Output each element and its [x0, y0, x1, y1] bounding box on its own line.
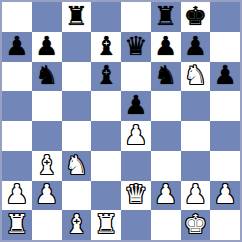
square-g6[interactable]: ♞ — [181, 62, 211, 92]
chess-board: ♜♜♚♟♟♝♛♟♟♞♝♞♞♟♟♟♝♞♟♟♛♟♟♟♜♝♜♚ — [0, 0, 242, 242]
square-d5[interactable] — [91, 91, 121, 121]
square-d2[interactable] — [91, 181, 121, 211]
piece-white-knight[interactable]: ♞ — [65, 152, 88, 178]
piece-white-pawn[interactable]: ♟ — [124, 122, 147, 148]
piece-black-bishop[interactable]: ♝ — [94, 62, 117, 88]
piece-black-pawn[interactable]: ♟ — [5, 33, 28, 59]
square-e2[interactable]: ♛ — [121, 181, 151, 211]
square-b5[interactable] — [32, 91, 62, 121]
square-a8[interactable] — [2, 2, 32, 32]
piece-black-bishop[interactable]: ♝ — [94, 33, 117, 59]
square-g5[interactable] — [181, 91, 211, 121]
piece-white-pawn[interactable]: ♟ — [154, 181, 177, 207]
square-e4[interactable]: ♟ — [121, 121, 151, 151]
square-a6[interactable] — [2, 62, 32, 92]
square-d8[interactable] — [91, 2, 121, 32]
square-c2[interactable] — [62, 181, 92, 211]
square-d6[interactable]: ♝ — [91, 62, 121, 92]
square-c7[interactable] — [62, 32, 92, 62]
square-h2[interactable]: ♟ — [210, 181, 240, 211]
square-a4[interactable] — [2, 121, 32, 151]
piece-white-pawn[interactable]: ♟ — [184, 181, 207, 207]
square-h4[interactable] — [210, 121, 240, 151]
square-d4[interactable] — [91, 121, 121, 151]
square-f2[interactable]: ♟ — [151, 181, 181, 211]
piece-black-knight[interactable]: ♞ — [35, 62, 58, 88]
square-b4[interactable] — [32, 121, 62, 151]
square-c8[interactable]: ♜ — [62, 2, 92, 32]
square-h6[interactable]: ♟ — [210, 62, 240, 92]
piece-white-knight[interactable]: ♞ — [184, 62, 207, 88]
square-b7[interactable]: ♟ — [32, 32, 62, 62]
square-b8[interactable] — [32, 2, 62, 32]
square-f1[interactable] — [151, 210, 181, 240]
piece-black-rook[interactable]: ♜ — [154, 3, 177, 29]
square-c6[interactable] — [62, 62, 92, 92]
square-d3[interactable] — [91, 151, 121, 181]
square-f7[interactable]: ♟ — [151, 32, 181, 62]
chess-board-grid: ♜♜♚♟♟♝♛♟♟♞♝♞♞♟♟♟♝♞♟♟♛♟♟♟♜♝♜♚ — [2, 2, 240, 240]
square-f3[interactable] — [151, 151, 181, 181]
square-e6[interactable] — [121, 62, 151, 92]
piece-black-rook[interactable]: ♜ — [65, 3, 88, 29]
piece-black-pawn[interactable]: ♟ — [124, 92, 147, 118]
piece-white-pawn[interactable]: ♟ — [213, 181, 236, 207]
square-f6[interactable]: ♞ — [151, 62, 181, 92]
square-c5[interactable] — [62, 91, 92, 121]
piece-black-pawn[interactable]: ♟ — [154, 33, 177, 59]
square-e1[interactable] — [121, 210, 151, 240]
piece-white-bishop[interactable]: ♝ — [35, 152, 58, 178]
piece-black-pawn[interactable]: ♟ — [184, 33, 207, 59]
square-e8[interactable] — [121, 2, 151, 32]
square-e3[interactable] — [121, 151, 151, 181]
square-c3[interactable]: ♞ — [62, 151, 92, 181]
square-a1[interactable]: ♜ — [2, 210, 32, 240]
square-b1[interactable] — [32, 210, 62, 240]
square-g7[interactable]: ♟ — [181, 32, 211, 62]
square-f5[interactable] — [151, 91, 181, 121]
square-f4[interactable] — [151, 121, 181, 151]
square-g1[interactable]: ♚ — [181, 210, 211, 240]
square-a3[interactable] — [2, 151, 32, 181]
square-b2[interactable]: ♟ — [32, 181, 62, 211]
piece-white-pawn[interactable]: ♟ — [5, 181, 28, 207]
piece-white-rook[interactable]: ♜ — [5, 211, 28, 237]
square-b6[interactable]: ♞ — [32, 62, 62, 92]
square-a2[interactable]: ♟ — [2, 181, 32, 211]
piece-black-pawn[interactable]: ♟ — [213, 62, 236, 88]
square-d7[interactable]: ♝ — [91, 32, 121, 62]
square-g8[interactable]: ♚ — [181, 2, 211, 32]
square-h7[interactable] — [210, 32, 240, 62]
piece-white-queen[interactable]: ♛ — [124, 181, 147, 207]
piece-black-pawn[interactable]: ♟ — [35, 33, 58, 59]
piece-black-knight[interactable]: ♞ — [154, 62, 177, 88]
square-b3[interactable]: ♝ — [32, 151, 62, 181]
square-g4[interactable] — [181, 121, 211, 151]
square-h1[interactable] — [210, 210, 240, 240]
square-e5[interactable]: ♟ — [121, 91, 151, 121]
square-c4[interactable] — [62, 121, 92, 151]
piece-black-queen[interactable]: ♛ — [124, 33, 147, 59]
piece-white-rook[interactable]: ♜ — [94, 211, 117, 237]
square-c1[interactable]: ♝ — [62, 210, 92, 240]
square-h3[interactable] — [210, 151, 240, 181]
square-h5[interactable] — [210, 91, 240, 121]
piece-black-king[interactable]: ♚ — [184, 3, 207, 29]
piece-white-bishop[interactable]: ♝ — [65, 211, 88, 237]
square-d1[interactable]: ♜ — [91, 210, 121, 240]
piece-white-king[interactable]: ♚ — [184, 211, 207, 237]
square-a5[interactable] — [2, 91, 32, 121]
square-h8[interactable] — [210, 2, 240, 32]
square-e7[interactable]: ♛ — [121, 32, 151, 62]
square-g3[interactable] — [181, 151, 211, 181]
square-f8[interactable]: ♜ — [151, 2, 181, 32]
square-g2[interactable]: ♟ — [181, 181, 211, 211]
piece-white-pawn[interactable]: ♟ — [35, 181, 58, 207]
square-a7[interactable]: ♟ — [2, 32, 32, 62]
